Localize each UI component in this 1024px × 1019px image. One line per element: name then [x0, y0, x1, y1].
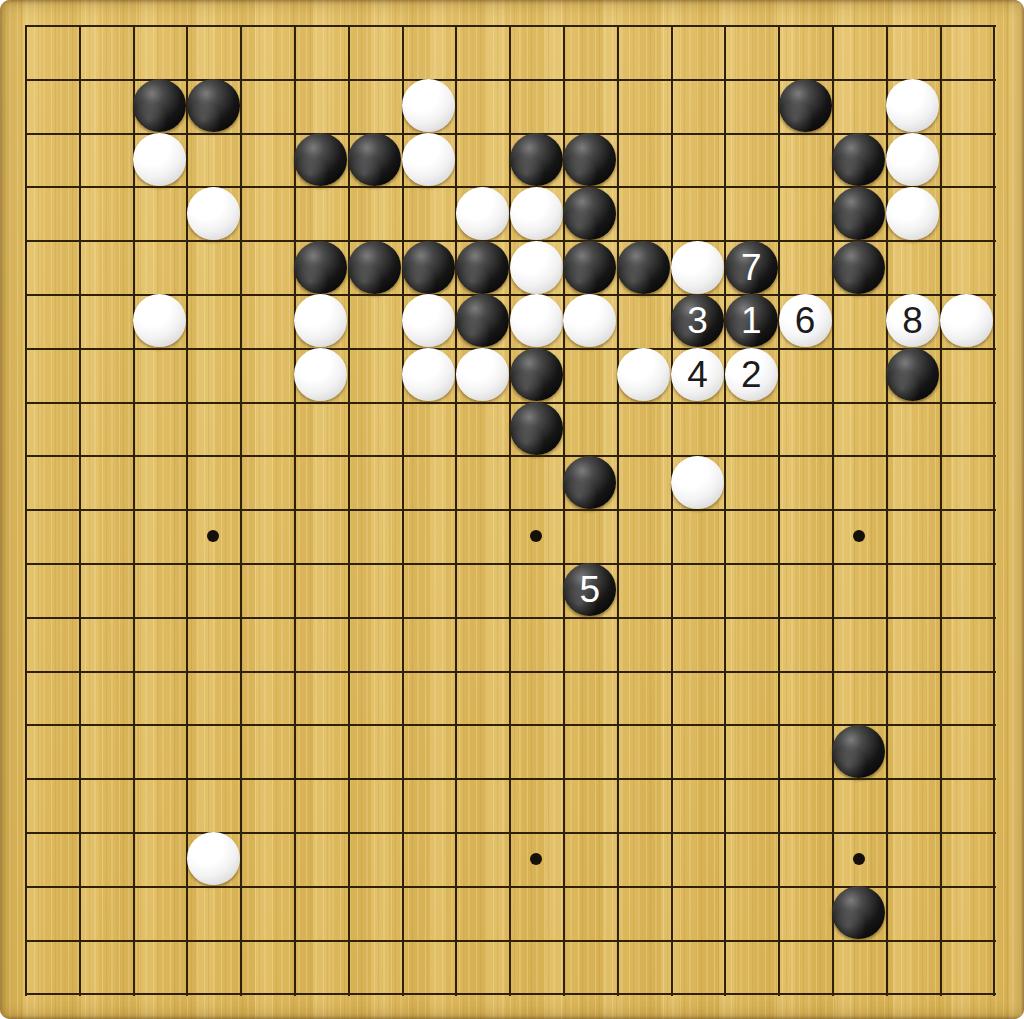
black-stone-move-7[interactable]: 7	[725, 241, 778, 294]
board-intersections[interactable]: 73168425	[25, 25, 1024, 1019]
star-point	[530, 853, 542, 865]
black-stone-move-1[interactable]: 1	[725, 294, 778, 347]
star-point	[207, 530, 219, 542]
white-stone[interactable]	[402, 294, 455, 347]
white-stone[interactable]	[456, 348, 509, 401]
black-stone[interactable]	[510, 133, 563, 186]
black-stone-move-5[interactable]: 5	[563, 563, 616, 616]
black-stone[interactable]	[348, 241, 401, 294]
black-stone[interactable]	[510, 402, 563, 455]
white-stone[interactable]	[133, 133, 186, 186]
black-stone[interactable]	[510, 348, 563, 401]
white-stone[interactable]	[617, 348, 670, 401]
white-stone[interactable]	[402, 79, 455, 132]
white-stone[interactable]	[456, 187, 509, 240]
black-stone[interactable]	[563, 456, 616, 509]
white-stone[interactable]	[510, 294, 563, 347]
white-stone[interactable]	[133, 294, 186, 347]
star-point	[853, 853, 865, 865]
white-stone[interactable]	[940, 294, 993, 347]
white-stone[interactable]	[294, 294, 347, 347]
black-stone[interactable]	[832, 886, 885, 939]
white-stone[interactable]	[510, 241, 563, 294]
white-stone-move-2[interactable]: 2	[725, 348, 778, 401]
white-stone[interactable]	[886, 187, 939, 240]
white-stone[interactable]	[886, 133, 939, 186]
black-stone[interactable]	[617, 241, 670, 294]
black-stone[interactable]	[832, 725, 885, 778]
black-stone[interactable]	[294, 241, 347, 294]
white-stone-move-4[interactable]: 4	[671, 348, 724, 401]
black-stone[interactable]	[832, 187, 885, 240]
black-stone[interactable]	[563, 133, 616, 186]
white-stone[interactable]	[402, 133, 455, 186]
white-stone[interactable]	[671, 241, 724, 294]
white-stone[interactable]	[563, 294, 616, 347]
white-stone[interactable]	[187, 187, 240, 240]
black-stone[interactable]	[348, 133, 401, 186]
go-board[interactable]: 73168425	[0, 0, 1024, 1019]
black-stone[interactable]	[563, 187, 616, 240]
black-stone-move-3[interactable]: 3	[671, 294, 724, 347]
white-stone[interactable]	[671, 456, 724, 509]
black-stone[interactable]	[886, 348, 939, 401]
white-stone-move-6[interactable]: 6	[779, 294, 832, 347]
black-stone[interactable]	[187, 79, 240, 132]
black-stone[interactable]	[456, 294, 509, 347]
black-stone[interactable]	[779, 79, 832, 132]
go-app-screen: 73168425	[0, 0, 1024, 1019]
black-stone[interactable]	[402, 241, 455, 294]
black-stone[interactable]	[294, 133, 347, 186]
white-stone[interactable]	[886, 79, 939, 132]
black-stone[interactable]	[133, 79, 186, 132]
black-stone[interactable]	[832, 241, 885, 294]
white-stone-move-8[interactable]: 8	[886, 294, 939, 347]
white-stone[interactable]	[402, 348, 455, 401]
white-stone[interactable]	[294, 348, 347, 401]
black-stone[interactable]	[563, 241, 616, 294]
black-stone[interactable]	[456, 241, 509, 294]
white-stone[interactable]	[187, 832, 240, 885]
star-point	[530, 530, 542, 542]
white-stone[interactable]	[510, 187, 563, 240]
black-stone[interactable]	[832, 133, 885, 186]
star-point	[853, 530, 865, 542]
